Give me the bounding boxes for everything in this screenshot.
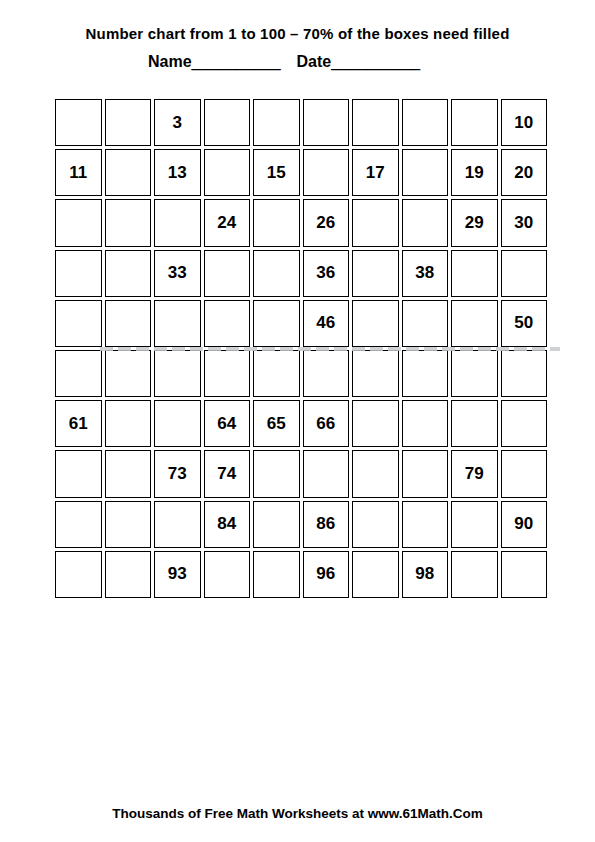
grid-cell-r9c5[interactable]: [253, 501, 300, 548]
grid-cell-r10c7[interactable]: [352, 551, 399, 598]
grid-cell-r2c10: 20: [501, 149, 548, 196]
grid-cell-r4c3: 33: [154, 250, 201, 297]
grid-cell-r3c8[interactable]: [402, 199, 449, 246]
grid-cell-r9c2[interactable]: [105, 501, 152, 548]
grid-cell-r2c8[interactable]: [402, 149, 449, 196]
date-label: Date: [297, 53, 332, 70]
grid-cell-r9c8[interactable]: [402, 501, 449, 548]
grid-cell-r2c3: 13: [154, 149, 201, 196]
grid-cell-r3c6: 26: [303, 199, 350, 246]
grid-cell-r4c1[interactable]: [55, 250, 102, 297]
name-label: Name: [148, 53, 192, 70]
grid-cell-r4c9[interactable]: [451, 250, 498, 297]
grid-cell-r9c3[interactable]: [154, 501, 201, 548]
grid-cell-r7c4: 64: [204, 400, 251, 447]
grid-cell-r6c2[interactable]: [105, 350, 152, 397]
grid-cell-r4c5[interactable]: [253, 250, 300, 297]
grid-cell-r9c1[interactable]: [55, 501, 102, 548]
grid-cell-r3c9: 29: [451, 199, 498, 246]
grid-cell-r9c7[interactable]: [352, 501, 399, 548]
grid-cell-r1c4[interactable]: [204, 99, 251, 146]
grid-cell-r8c6[interactable]: [303, 450, 350, 497]
grid-cell-r5c10: 50: [501, 300, 548, 347]
grid-cell-r1c5[interactable]: [253, 99, 300, 146]
grid-cell-r7c9[interactable]: [451, 400, 498, 447]
grid-cell-r3c2[interactable]: [105, 199, 152, 246]
grid-cell-r10c3: 93: [154, 551, 201, 598]
grid-cell-r6c7[interactable]: [352, 350, 399, 397]
grid-cell-r7c8[interactable]: [402, 400, 449, 447]
grid-cell-r4c4[interactable]: [204, 250, 251, 297]
date-fill-line[interactable]: __________: [331, 53, 420, 70]
grid-cell-r4c2[interactable]: [105, 250, 152, 297]
grid-cell-r10c6: 96: [303, 551, 350, 598]
grid-cell-r3c7[interactable]: [352, 199, 399, 246]
grid-cell-r3c5[interactable]: [253, 199, 300, 246]
grid-cell-r8c8[interactable]: [402, 450, 449, 497]
grid-cell-r8c1[interactable]: [55, 450, 102, 497]
grid-cell-r2c2[interactable]: [105, 149, 152, 196]
grid-cell-r8c9: 79: [451, 450, 498, 497]
grid-cell-r2c9: 19: [451, 149, 498, 196]
grid-cell-r3c10: 30: [501, 199, 548, 246]
grid-cell-r1c6[interactable]: [303, 99, 350, 146]
grid-cell-r4c10[interactable]: [501, 250, 548, 297]
grid-cell-r5c4[interactable]: [204, 300, 251, 347]
footer-credit: Thousands of Free Math Worksheets at www…: [0, 806, 595, 821]
grid-cell-r10c2[interactable]: [105, 551, 152, 598]
grid-cell-r1c2[interactable]: [105, 99, 152, 146]
grid-cell-r5c3[interactable]: [154, 300, 201, 347]
grid-cell-r3c4: 24: [204, 199, 251, 246]
grid-cell-r10c1[interactable]: [55, 551, 102, 598]
grid-cell-r4c8: 38: [402, 250, 449, 297]
grid-cell-r7c2[interactable]: [105, 400, 152, 447]
date-group: Date__________: [297, 53, 421, 70]
grid-cell-r1c3: 3: [154, 99, 201, 146]
grid-cell-r7c6: 66: [303, 400, 350, 447]
name-date-row: Name__________Date__________: [148, 53, 420, 71]
grid-cell-r5c7[interactable]: [352, 300, 399, 347]
grid-cell-r8c5[interactable]: [253, 450, 300, 497]
page-title: Number chart from 1 to 100 – 70% of the …: [0, 25, 595, 42]
grid-cell-r1c1[interactable]: [55, 99, 102, 146]
grid-cell-r2c6[interactable]: [303, 149, 350, 196]
grid-cell-r5c9[interactable]: [451, 300, 498, 347]
grid-cell-r8c3: 73: [154, 450, 201, 497]
grid-cell-r9c10: 90: [501, 501, 548, 548]
grid-cell-r2c5: 15: [253, 149, 300, 196]
name-fill-line[interactable]: __________: [192, 53, 281, 70]
grid-cell-r3c1[interactable]: [55, 199, 102, 246]
grid-cell-r2c7: 17: [352, 149, 399, 196]
grid-cell-r6c3[interactable]: [154, 350, 201, 397]
grid-cell-r10c5[interactable]: [253, 551, 300, 598]
grid-cell-r5c6: 46: [303, 300, 350, 347]
grid-cell-r4c7[interactable]: [352, 250, 399, 297]
grid-cell-r7c3[interactable]: [154, 400, 201, 447]
grid-cell-r10c10[interactable]: [501, 551, 548, 598]
grid-cell-r6c6[interactable]: [303, 350, 350, 397]
grid-cell-r8c10[interactable]: [501, 450, 548, 497]
grid-cell-r2c1: 11: [55, 149, 102, 196]
grid-cell-r7c5: 65: [253, 400, 300, 447]
grid-cell-r7c7[interactable]: [352, 400, 399, 447]
grid-cell-r6c5[interactable]: [253, 350, 300, 397]
grid-cell-r9c6: 86: [303, 501, 350, 548]
grid-cell-r3c3[interactable]: [154, 199, 201, 246]
grid-cell-r10c4[interactable]: [204, 551, 251, 598]
grid-cell-r5c1[interactable]: [55, 300, 102, 347]
grid-cell-r1c9[interactable]: [451, 99, 498, 146]
grid-cell-r9c4: 84: [204, 501, 251, 548]
grid-cell-r6c1[interactable]: [55, 350, 102, 397]
grid-cell-r8c4: 74: [204, 450, 251, 497]
grid-cell-r2c4[interactable]: [204, 149, 251, 196]
number-chart-grid: 3101113151719202426293033363846506164656…: [55, 99, 547, 598]
grid-cell-r6c4[interactable]: [204, 350, 251, 397]
grid-cell-r7c10[interactable]: [501, 400, 548, 447]
grid-cell-r10c9[interactable]: [451, 551, 498, 598]
grid-cell-r8c2[interactable]: [105, 450, 152, 497]
grid-cell-r5c5[interactable]: [253, 300, 300, 347]
grid-cell-r6c8[interactable]: [402, 350, 449, 397]
grid-cell-r1c7[interactable]: [352, 99, 399, 146]
grid-cell-r8c7[interactable]: [352, 450, 399, 497]
grid-cell-r7c1: 61: [55, 400, 102, 447]
grid-cell-r1c8[interactable]: [402, 99, 449, 146]
grid-cell-r1c10: 10: [501, 99, 548, 146]
grid-cell-r10c8: 98: [402, 551, 449, 598]
grid-cell-r6c9[interactable]: [451, 350, 498, 397]
grid-cell-r4c6: 36: [303, 250, 350, 297]
grid-cell-r5c2[interactable]: [105, 300, 152, 347]
grid-cell-r6c10[interactable]: [501, 350, 548, 397]
grid-cell-r9c9[interactable]: [451, 501, 498, 548]
grid-cell-r5c8[interactable]: [402, 300, 449, 347]
